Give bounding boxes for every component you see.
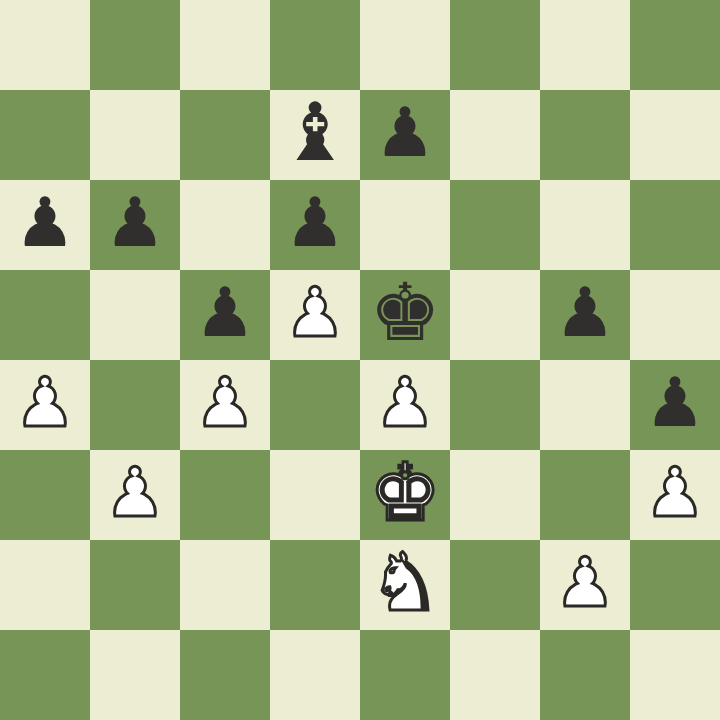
- piece-black-pawn[interactable]: ♟: [195, 279, 256, 347]
- piece-black-pawn[interactable]: ♟: [285, 189, 346, 257]
- square-g6[interactable]: [540, 180, 630, 270]
- square-d5[interactable]: ♟: [270, 270, 360, 360]
- piece-white-pawn[interactable]: ♟: [285, 279, 346, 347]
- square-c7[interactable]: [180, 90, 270, 180]
- square-d3[interactable]: [270, 450, 360, 540]
- square-g3[interactable]: [540, 450, 630, 540]
- square-f6[interactable]: [450, 180, 540, 270]
- piece-white-pawn[interactable]: ♟: [375, 369, 436, 437]
- square-f2[interactable]: [450, 540, 540, 630]
- square-e1[interactable]: [360, 630, 450, 720]
- square-e2[interactable]: ♞: [360, 540, 450, 630]
- square-d7[interactable]: ♝: [270, 90, 360, 180]
- square-h8[interactable]: [630, 0, 720, 90]
- piece-white-pawn[interactable]: ♟: [105, 459, 166, 527]
- square-c1[interactable]: [180, 630, 270, 720]
- square-d8[interactable]: [270, 0, 360, 90]
- square-e6[interactable]: [360, 180, 450, 270]
- square-a1[interactable]: [0, 630, 90, 720]
- piece-white-pawn[interactable]: ♟: [15, 369, 76, 437]
- piece-black-pawn[interactable]: ♟: [645, 369, 706, 437]
- square-g2[interactable]: ♟: [540, 540, 630, 630]
- square-g4[interactable]: [540, 360, 630, 450]
- piece-black-bishop[interactable]: ♝: [279, 93, 351, 173]
- square-e8[interactable]: [360, 0, 450, 90]
- square-h3[interactable]: ♟: [630, 450, 720, 540]
- piece-black-pawn[interactable]: ♟: [555, 279, 616, 347]
- piece-black-pawn[interactable]: ♟: [15, 189, 76, 257]
- square-b4[interactable]: [90, 360, 180, 450]
- square-c2[interactable]: [180, 540, 270, 630]
- square-f3[interactable]: [450, 450, 540, 540]
- piece-white-king[interactable]: ♚: [369, 453, 441, 533]
- square-a7[interactable]: [0, 90, 90, 180]
- square-h2[interactable]: [630, 540, 720, 630]
- square-e3[interactable]: ♚: [360, 450, 450, 540]
- square-c5[interactable]: ♟: [180, 270, 270, 360]
- square-b5[interactable]: [90, 270, 180, 360]
- square-d2[interactable]: [270, 540, 360, 630]
- square-g5[interactable]: ♟: [540, 270, 630, 360]
- square-h1[interactable]: [630, 630, 720, 720]
- square-d4[interactable]: [270, 360, 360, 450]
- square-a2[interactable]: [0, 540, 90, 630]
- square-d6[interactable]: ♟: [270, 180, 360, 270]
- chess-board: ♝♟♟♟♟♟♟♚♟♟♟♟♟♟♚♟♞♟: [0, 0, 720, 720]
- square-b1[interactable]: [90, 630, 180, 720]
- square-c6[interactable]: [180, 180, 270, 270]
- piece-black-king[interactable]: ♚: [369, 273, 441, 353]
- square-b7[interactable]: [90, 90, 180, 180]
- piece-white-pawn[interactable]: ♟: [645, 459, 706, 527]
- piece-white-knight[interactable]: ♞: [369, 543, 441, 623]
- square-a4[interactable]: ♟: [0, 360, 90, 450]
- square-a6[interactable]: ♟: [0, 180, 90, 270]
- square-e7[interactable]: ♟: [360, 90, 450, 180]
- square-b8[interactable]: [90, 0, 180, 90]
- piece-white-pawn[interactable]: ♟: [195, 369, 256, 437]
- square-h4[interactable]: ♟: [630, 360, 720, 450]
- square-b3[interactable]: ♟: [90, 450, 180, 540]
- square-b2[interactable]: [90, 540, 180, 630]
- square-h6[interactable]: [630, 180, 720, 270]
- square-h5[interactable]: [630, 270, 720, 360]
- square-g7[interactable]: [540, 90, 630, 180]
- square-a3[interactable]: [0, 450, 90, 540]
- square-f7[interactable]: [450, 90, 540, 180]
- square-e5[interactable]: ♚: [360, 270, 450, 360]
- square-a8[interactable]: [0, 0, 90, 90]
- square-g8[interactable]: [540, 0, 630, 90]
- square-b6[interactable]: ♟: [90, 180, 180, 270]
- square-a5[interactable]: [0, 270, 90, 360]
- piece-white-pawn[interactable]: ♟: [555, 549, 616, 617]
- piece-black-pawn[interactable]: ♟: [375, 99, 436, 167]
- square-f4[interactable]: [450, 360, 540, 450]
- square-f5[interactable]: [450, 270, 540, 360]
- square-c3[interactable]: [180, 450, 270, 540]
- piece-black-pawn[interactable]: ♟: [105, 189, 166, 257]
- square-c8[interactable]: [180, 0, 270, 90]
- square-f8[interactable]: [450, 0, 540, 90]
- square-f1[interactable]: [450, 630, 540, 720]
- square-c4[interactable]: ♟: [180, 360, 270, 450]
- square-h7[interactable]: [630, 90, 720, 180]
- square-e4[interactable]: ♟: [360, 360, 450, 450]
- square-g1[interactable]: [540, 630, 630, 720]
- square-d1[interactable]: [270, 630, 360, 720]
